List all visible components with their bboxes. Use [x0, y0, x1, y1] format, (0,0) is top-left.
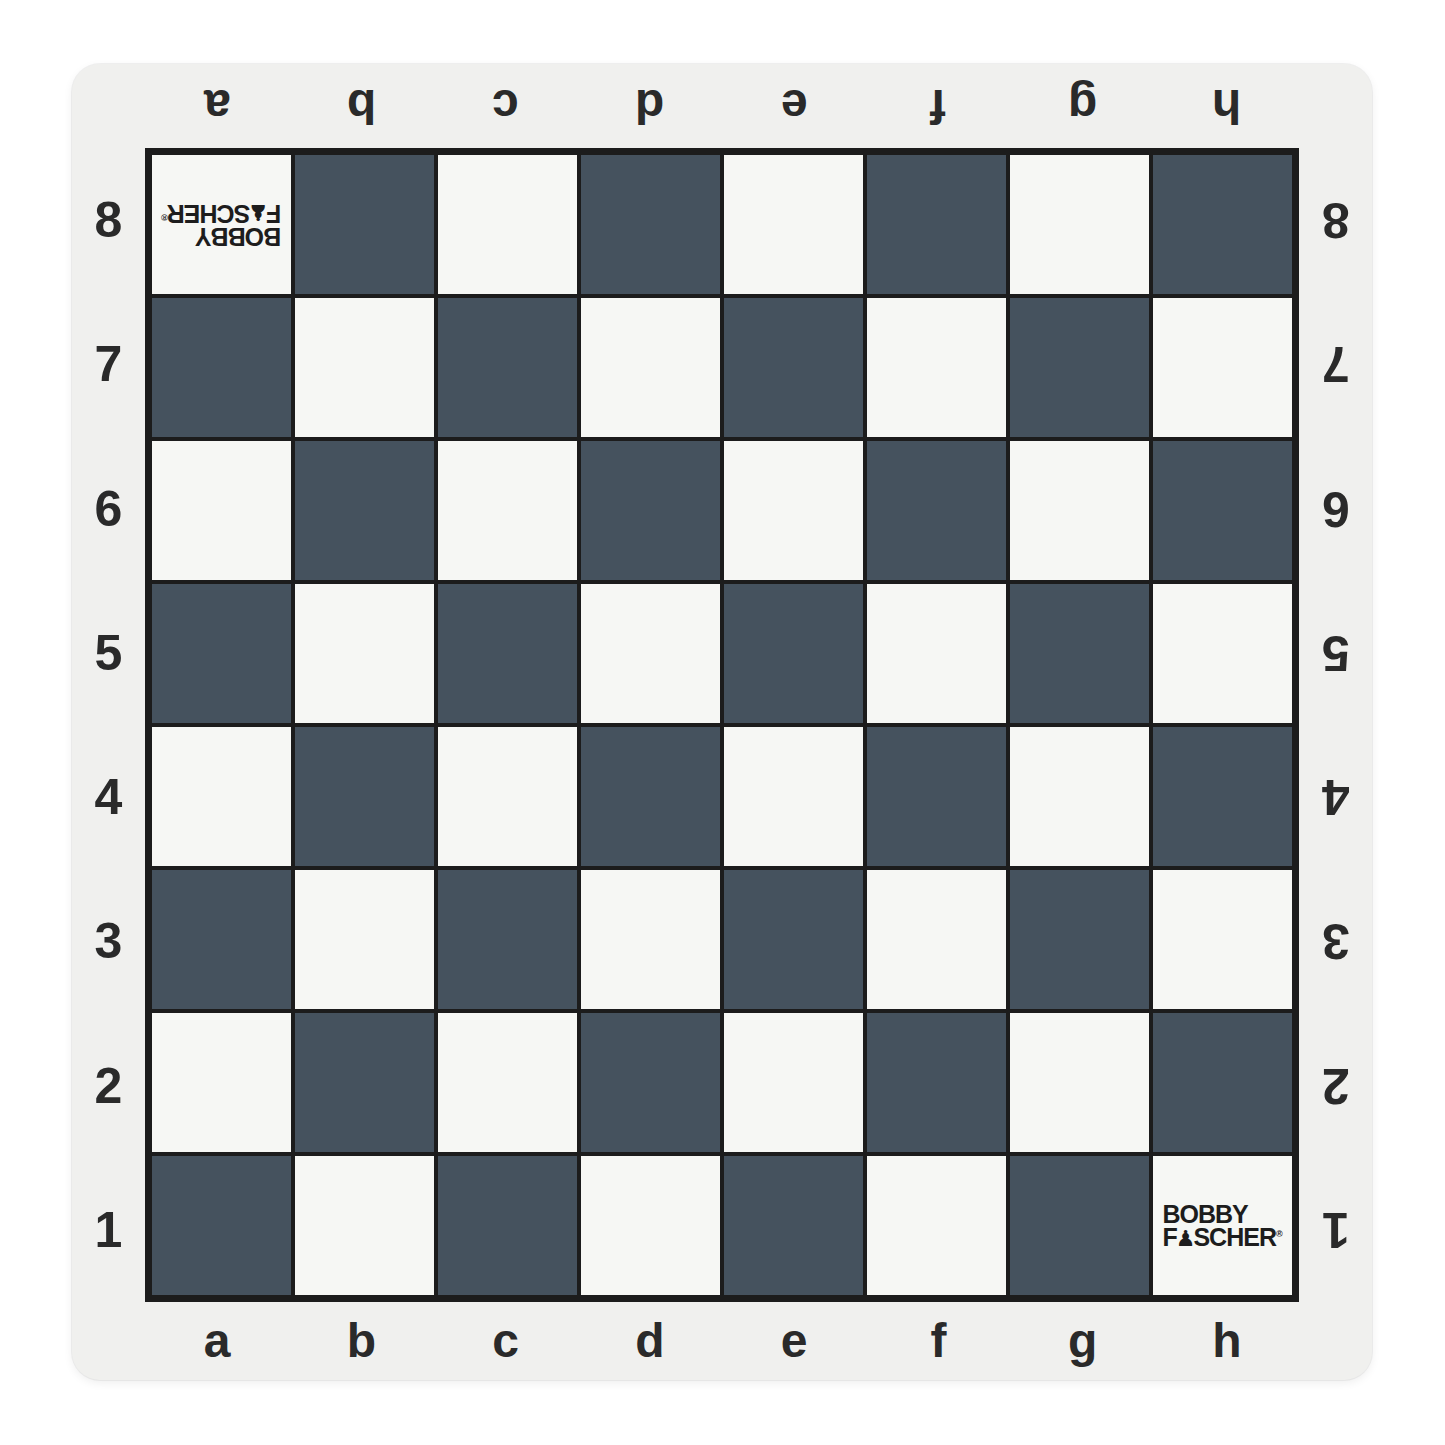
logo-line2-suffix: SCHER [168, 202, 251, 225]
rank-label-right-3: 3 [1322, 916, 1350, 966]
square-g2[interactable] [1010, 1013, 1149, 1152]
file-label-bottom-cell-g: g [1011, 1317, 1155, 1365]
rank-label-left-8: 8 [95, 195, 123, 245]
logo-line2-prefix: F [267, 202, 281, 225]
file-label-top-d: d [635, 82, 664, 130]
square-e4[interactable] [724, 727, 863, 866]
square-e2[interactable] [724, 1013, 863, 1152]
square-d5[interactable] [581, 584, 720, 723]
file-label-top-cell-h: h [1155, 82, 1299, 130]
square-a1[interactable] [152, 1156, 291, 1295]
square-h6[interactable] [1153, 441, 1292, 580]
square-g5[interactable] [1010, 584, 1149, 723]
file-label-top-g: g [1068, 82, 1097, 130]
square-g6[interactable] [1010, 441, 1149, 580]
registered-mark: ® [1276, 1230, 1283, 1239]
rank-label-right-7: 7 [1322, 339, 1350, 389]
rank-label-left-cell-7: 7 [95, 292, 123, 436]
logo-line2: F♟SCHER® [161, 202, 281, 225]
logo-line2-prefix: F [1162, 1226, 1176, 1249]
square-f3[interactable] [867, 870, 1006, 1009]
rank-labels-right: 87654321 [1299, 148, 1372, 1302]
file-labels-top: abcdefgh [145, 64, 1299, 148]
rank-label-left-5: 5 [95, 628, 123, 678]
square-a7[interactable] [152, 298, 291, 437]
square-f6[interactable] [867, 441, 1006, 580]
rank-label-right-cell-8: 8 [1322, 148, 1350, 292]
square-g4[interactable] [1010, 727, 1149, 866]
square-a3[interactable] [152, 870, 291, 1009]
file-label-top-cell-e: e [722, 82, 866, 130]
square-e6[interactable] [724, 441, 863, 580]
square-f1[interactable] [867, 1156, 1006, 1295]
rank-label-right-6: 6 [1322, 484, 1350, 534]
registered-mark: ® [161, 212, 168, 221]
file-label-top-h: h [1212, 82, 1241, 130]
square-b1[interactable] [295, 1156, 434, 1295]
square-d8[interactable] [581, 155, 720, 294]
file-label-top-cell-b: b [289, 82, 433, 130]
rank-label-right-cell-1: 1 [1322, 1158, 1350, 1302]
file-label-top-c: c [492, 82, 519, 130]
file-label-top-e: e [781, 82, 808, 130]
rank-label-right-1: 1 [1322, 1205, 1350, 1255]
square-b7[interactable] [295, 298, 434, 437]
file-label-bottom-h: h [1212, 1317, 1241, 1365]
rank-label-left-cell-6: 6 [95, 437, 123, 581]
square-g7[interactable] [1010, 298, 1149, 437]
square-d1[interactable] [581, 1156, 720, 1295]
bobby-fischer-logo: BOBBYF♟SCHER® [161, 202, 281, 248]
file-label-bottom-cell-h: h [1155, 1317, 1299, 1365]
square-f2[interactable] [867, 1013, 1006, 1152]
rank-label-right-cell-3: 3 [1322, 869, 1350, 1013]
file-label-bottom-cell-a: a [145, 1317, 289, 1365]
rank-label-right-cell-5: 5 [1322, 581, 1350, 725]
rank-labels-left: 87654321 [72, 148, 145, 1302]
rank-label-left-1: 1 [95, 1205, 123, 1255]
square-a4[interactable] [152, 727, 291, 866]
square-b3[interactable] [295, 870, 434, 1009]
file-label-bottom-g: g [1068, 1317, 1097, 1365]
square-b4[interactable] [295, 727, 434, 866]
square-b8[interactable] [295, 155, 434, 294]
square-c2[interactable] [438, 1013, 577, 1152]
rank-label-left-6: 6 [95, 484, 123, 534]
square-c5[interactable] [438, 584, 577, 723]
file-label-bottom-c: c [492, 1317, 519, 1365]
file-label-top-cell-d: d [578, 82, 722, 130]
square-c6[interactable] [438, 441, 577, 580]
rank-label-right-cell-6: 6 [1322, 437, 1350, 581]
rank-label-left-cell-2: 2 [95, 1014, 123, 1158]
square-h2[interactable] [1153, 1013, 1292, 1152]
file-label-bottom-e: e [781, 1317, 808, 1365]
square-e8[interactable] [724, 155, 863, 294]
rank-label-left-cell-8: 8 [95, 148, 123, 292]
square-c3[interactable] [438, 870, 577, 1009]
file-labels-bottom: abcdefgh [145, 1302, 1299, 1380]
rank-label-left-2: 2 [95, 1061, 123, 1111]
square-b2[interactable] [295, 1013, 434, 1152]
square-f5[interactable] [867, 584, 1006, 723]
rank-label-left-cell-4: 4 [95, 725, 123, 869]
square-d6[interactable] [581, 441, 720, 580]
rank-label-right-4: 4 [1322, 772, 1350, 822]
file-label-bottom-d: d [635, 1317, 664, 1365]
rank-label-right-8: 8 [1322, 195, 1350, 245]
rank-label-right-cell-7: 7 [1322, 292, 1350, 436]
file-label-bottom-b: b [347, 1317, 376, 1365]
square-d2[interactable] [581, 1013, 720, 1152]
file-label-bottom-cell-c: c [434, 1317, 578, 1365]
square-c1[interactable] [438, 1156, 577, 1295]
file-label-top-f: f [930, 82, 946, 130]
square-h8[interactable] [1153, 155, 1292, 294]
square-e1[interactable] [724, 1156, 863, 1295]
pawn-icon: ♟ [250, 202, 269, 222]
rank-label-left-cell-3: 3 [95, 869, 123, 1013]
rank-label-left-cell-5: 5 [95, 581, 123, 725]
file-label-bottom-cell-f: f [866, 1317, 1010, 1365]
square-g8[interactable] [1010, 155, 1149, 294]
square-h5[interactable] [1153, 584, 1292, 723]
file-label-bottom-cell-d: d [578, 1317, 722, 1365]
square-e5[interactable] [724, 584, 863, 723]
rank-label-left-7: 7 [95, 339, 123, 389]
square-f4[interactable] [867, 727, 1006, 866]
rank-label-right-5: 5 [1322, 628, 1350, 678]
square-h4[interactable] [1153, 727, 1292, 866]
file-label-bottom-a: a [204, 1317, 231, 1365]
logo-line2-suffix: SCHER [1193, 1226, 1276, 1249]
rank-label-right-2: 2 [1322, 1061, 1350, 1111]
file-label-top-b: b [347, 82, 376, 130]
square-h7[interactable] [1153, 298, 1292, 437]
square-b6[interactable] [295, 441, 434, 580]
square-d4[interactable] [581, 727, 720, 866]
square-c4[interactable] [438, 727, 577, 866]
square-c7[interactable] [438, 298, 577, 437]
square-d3[interactable] [581, 870, 720, 1009]
square-a6[interactable] [152, 441, 291, 580]
file-label-top-cell-c: c [434, 82, 578, 130]
square-f7[interactable] [867, 298, 1006, 437]
square-e7[interactable] [724, 298, 863, 437]
bobby-fischer-logo: BOBBYF♟SCHER® [1162, 1203, 1282, 1249]
square-g1[interactable] [1010, 1156, 1149, 1295]
rank-label-left-4: 4 [95, 772, 123, 822]
rank-label-right-cell-4: 4 [1322, 725, 1350, 869]
logo-line2: F♟SCHER® [1162, 1226, 1282, 1249]
file-label-bottom-cell-e: e [722, 1317, 866, 1365]
chess-mat: abcdefgh abcdefgh 87654321 87654321 BOBB… [72, 64, 1372, 1380]
square-e3[interactable] [724, 870, 863, 1009]
square-f8[interactable] [867, 155, 1006, 294]
file-label-top-cell-f: f [866, 82, 1010, 130]
square-g3[interactable] [1010, 870, 1149, 1009]
square-a5[interactable] [152, 584, 291, 723]
file-label-bottom-cell-b: b [289, 1317, 433, 1365]
file-label-top-a: a [204, 82, 231, 130]
rank-label-right-cell-2: 2 [1322, 1014, 1350, 1158]
pawn-icon: ♟ [1176, 1229, 1195, 1249]
file-label-top-cell-a: a [145, 82, 289, 130]
square-c8[interactable] [438, 155, 577, 294]
square-h3[interactable] [1153, 870, 1292, 1009]
square-a8[interactable]: BOBBYF♟SCHER® [152, 155, 291, 294]
rank-label-left-3: 3 [95, 916, 123, 966]
square-a2[interactable] [152, 1013, 291, 1152]
file-label-bottom-f: f [930, 1317, 946, 1365]
file-label-top-cell-g: g [1011, 82, 1155, 130]
square-b5[interactable] [295, 584, 434, 723]
chess-board: BOBBYF♟SCHER®BOBBYF♟SCHER® [145, 148, 1299, 1302]
square-d7[interactable] [581, 298, 720, 437]
square-h1[interactable]: BOBBYF♟SCHER® [1153, 1156, 1292, 1295]
rank-label-left-cell-1: 1 [95, 1158, 123, 1302]
